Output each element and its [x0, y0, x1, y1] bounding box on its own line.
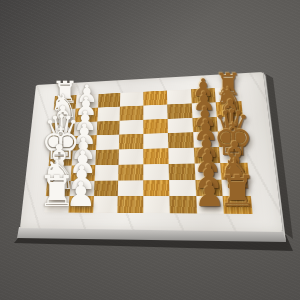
square-c2 [73, 121, 96, 136]
square-d1 [50, 136, 74, 151]
square-e5 [143, 148, 168, 164]
square-c1 [51, 122, 74, 137]
square-c3 [96, 120, 120, 135]
square-a5 [143, 91, 167, 106]
square-c4 [119, 119, 143, 134]
square-h5 [143, 196, 169, 213]
square-a1 [54, 95, 77, 109]
scene: ♜♞♝♛♚♝♞♜♟♟♟♟♟♟♟♟♟♟♟♟♟♟♟♟♜♞♝♛♚♝♞♜ [0, 0, 300, 300]
square-f8 [220, 162, 249, 179]
square-e7 [193, 147, 220, 163]
square-a2 [75, 94, 98, 108]
square-h6 [169, 196, 196, 213]
square-d8 [218, 131, 246, 147]
square-c8 [217, 116, 244, 132]
square-f3 [94, 165, 119, 181]
square-b5 [143, 104, 167, 119]
square-d2 [72, 135, 96, 150]
square-a4 [120, 92, 143, 107]
square-h2 [68, 196, 93, 212]
square-b8 [216, 101, 243, 117]
square-e6 [168, 148, 194, 164]
square-g7 [195, 179, 223, 196]
square-f6 [168, 163, 194, 179]
square-h4 [118, 196, 144, 213]
square-d6 [168, 132, 194, 148]
square-c7 [192, 117, 218, 133]
square-d3 [96, 135, 120, 150]
square-a3 [98, 93, 121, 108]
square-c6 [167, 118, 192, 134]
square-f2 [70, 165, 94, 181]
square-b3 [97, 106, 120, 121]
square-h7 [196, 196, 224, 213]
square-h8 [223, 196, 253, 214]
square-b1 [52, 108, 75, 122]
square-b7 [191, 102, 217, 117]
board-grid [44, 87, 252, 214]
square-g1 [46, 181, 71, 197]
square-b4 [120, 105, 143, 120]
square-b6 [167, 103, 192, 118]
chess-board [20, 72, 283, 232]
square-e8 [219, 146, 247, 163]
square-a6 [167, 89, 192, 104]
square-h1 [44, 196, 69, 212]
square-d7 [193, 132, 220, 148]
square-h3 [93, 196, 118, 213]
square-b2 [74, 107, 97, 122]
square-a8 [215, 87, 241, 102]
square-d4 [119, 134, 143, 149]
square-g8 [222, 179, 251, 196]
square-e2 [71, 150, 95, 165]
square-c5 [143, 119, 167, 134]
square-g2 [69, 180, 94, 196]
square-f1 [47, 165, 71, 180]
square-g5 [143, 180, 169, 197]
square-f5 [143, 164, 168, 180]
square-e1 [49, 151, 73, 166]
square-g6 [169, 180, 196, 197]
square-a7 [191, 88, 216, 103]
square-f7 [194, 163, 222, 180]
square-g4 [118, 180, 143, 196]
square-g3 [93, 180, 118, 196]
square-e3 [95, 149, 119, 165]
square-f4 [118, 164, 143, 180]
square-d5 [143, 133, 168, 149]
square-e4 [119, 149, 144, 165]
